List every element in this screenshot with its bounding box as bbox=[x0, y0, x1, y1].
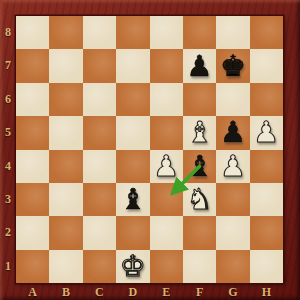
square-b4[interactable] bbox=[49, 150, 82, 183]
square-e3[interactable] bbox=[150, 183, 183, 216]
square-a1[interactable] bbox=[16, 250, 49, 283]
square-c1[interactable] bbox=[83, 250, 116, 283]
rank-label-7: 7 bbox=[0, 49, 16, 82]
rank-label-6: 6 bbox=[0, 83, 16, 116]
square-a3[interactable] bbox=[16, 183, 49, 216]
white-knight[interactable]: ♞ bbox=[187, 185, 213, 214]
square-d4[interactable] bbox=[116, 150, 149, 183]
square-f1[interactable] bbox=[183, 250, 216, 283]
file-label-G: G bbox=[216, 284, 249, 300]
square-d2[interactable] bbox=[116, 216, 149, 249]
file-label-E: E bbox=[150, 284, 183, 300]
square-b3[interactable] bbox=[49, 183, 82, 216]
chess-diagram: ♟♚♝♟♟♟♝♟♝♞♚ 87654321ABCDEFGH bbox=[0, 0, 300, 300]
white-pawn[interactable]: ♟ bbox=[253, 118, 279, 147]
square-d6[interactable] bbox=[116, 83, 149, 116]
file-label-C: C bbox=[83, 284, 116, 300]
square-c4[interactable] bbox=[83, 150, 116, 183]
square-f2[interactable] bbox=[183, 216, 216, 249]
file-label-A: A bbox=[16, 284, 49, 300]
square-a6[interactable] bbox=[16, 83, 49, 116]
square-g2[interactable] bbox=[216, 216, 249, 249]
square-e2[interactable] bbox=[150, 216, 183, 249]
square-b6[interactable] bbox=[49, 83, 82, 116]
white-pawn[interactable]: ♟ bbox=[220, 152, 246, 181]
square-a8[interactable] bbox=[16, 16, 49, 49]
square-a7[interactable] bbox=[16, 49, 49, 82]
square-e4[interactable]: ♟ bbox=[150, 150, 183, 183]
square-e5[interactable] bbox=[150, 116, 183, 149]
square-c8[interactable] bbox=[83, 16, 116, 49]
square-g4[interactable]: ♟ bbox=[216, 150, 249, 183]
square-f7[interactable]: ♟ bbox=[183, 49, 216, 82]
black-bishop[interactable]: ♝ bbox=[120, 185, 146, 214]
square-h5[interactable]: ♟ bbox=[250, 116, 283, 149]
square-h3[interactable] bbox=[250, 183, 283, 216]
square-c7[interactable] bbox=[83, 49, 116, 82]
square-h8[interactable] bbox=[250, 16, 283, 49]
square-g6[interactable] bbox=[216, 83, 249, 116]
square-d3[interactable]: ♝ bbox=[116, 183, 149, 216]
square-c2[interactable] bbox=[83, 216, 116, 249]
square-b2[interactable] bbox=[49, 216, 82, 249]
square-a2[interactable] bbox=[16, 216, 49, 249]
black-pawn[interactable]: ♟ bbox=[220, 118, 246, 147]
rank-label-4: 4 bbox=[0, 150, 16, 183]
square-b8[interactable] bbox=[49, 16, 82, 49]
square-g7[interactable]: ♚ bbox=[216, 49, 249, 82]
square-a5[interactable] bbox=[16, 116, 49, 149]
square-g5[interactable]: ♟ bbox=[216, 116, 249, 149]
rank-label-1: 1 bbox=[0, 250, 16, 283]
square-d8[interactable] bbox=[116, 16, 149, 49]
white-king[interactable]: ♚ bbox=[120, 252, 146, 281]
square-h6[interactable] bbox=[250, 83, 283, 116]
square-c5[interactable] bbox=[83, 116, 116, 149]
square-f6[interactable] bbox=[183, 83, 216, 116]
square-b1[interactable] bbox=[49, 250, 82, 283]
square-a4[interactable] bbox=[16, 150, 49, 183]
white-bishop[interactable]: ♝ bbox=[187, 118, 213, 147]
square-d1[interactable]: ♚ bbox=[116, 250, 149, 283]
square-d5[interactable] bbox=[116, 116, 149, 149]
black-king[interactable]: ♚ bbox=[220, 52, 246, 81]
square-f4[interactable]: ♝ bbox=[183, 150, 216, 183]
file-label-B: B bbox=[49, 284, 82, 300]
square-f3[interactable]: ♞ bbox=[183, 183, 216, 216]
square-h2[interactable] bbox=[250, 216, 283, 249]
square-e7[interactable] bbox=[150, 49, 183, 82]
square-f8[interactable] bbox=[183, 16, 216, 49]
square-f5[interactable]: ♝ bbox=[183, 116, 216, 149]
square-c3[interactable] bbox=[83, 183, 116, 216]
file-label-H: H bbox=[250, 284, 283, 300]
rank-label-2: 2 bbox=[0, 216, 16, 249]
black-bishop[interactable]: ♝ bbox=[187, 152, 213, 181]
square-h7[interactable] bbox=[250, 49, 283, 82]
square-e1[interactable] bbox=[150, 250, 183, 283]
square-e6[interactable] bbox=[150, 83, 183, 116]
black-pawn[interactable]: ♟ bbox=[187, 52, 213, 81]
file-label-D: D bbox=[116, 284, 149, 300]
square-b5[interactable] bbox=[49, 116, 82, 149]
rank-label-3: 3 bbox=[0, 183, 16, 216]
square-c6[interactable] bbox=[83, 83, 116, 116]
square-g1[interactable] bbox=[216, 250, 249, 283]
square-h1[interactable] bbox=[250, 250, 283, 283]
file-label-F: F bbox=[183, 284, 216, 300]
square-b7[interactable] bbox=[49, 49, 82, 82]
square-e8[interactable] bbox=[150, 16, 183, 49]
square-g3[interactable] bbox=[216, 183, 249, 216]
square-d7[interactable] bbox=[116, 49, 149, 82]
square-h4[interactable] bbox=[250, 150, 283, 183]
square-g8[interactable] bbox=[216, 16, 249, 49]
rank-label-8: 8 bbox=[0, 16, 16, 49]
rank-label-5: 5 bbox=[0, 116, 16, 149]
board: ♟♚♝♟♟♟♝♟♝♞♚ bbox=[16, 16, 283, 283]
white-pawn[interactable]: ♟ bbox=[153, 152, 179, 181]
